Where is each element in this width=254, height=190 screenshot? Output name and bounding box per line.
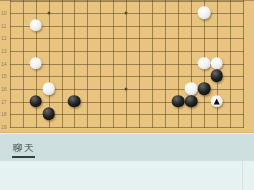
black-stone-D2 xyxy=(42,107,55,120)
chat-scrollbar-track[interactable] xyxy=(242,161,243,190)
grid-vline xyxy=(100,0,101,128)
chat-message-area[interactable] xyxy=(0,161,254,190)
grid-vline xyxy=(139,0,140,128)
chat-header-bar: 聊天 xyxy=(0,133,254,161)
row-coordinate-label: 16 xyxy=(1,86,9,91)
black-stone-P3 xyxy=(185,95,198,108)
grid-vline xyxy=(243,0,244,128)
white-stone-Q10 xyxy=(198,6,211,19)
grid-vline xyxy=(62,0,63,128)
row-coordinate-label: 15 xyxy=(1,74,9,79)
black-stone-O3 xyxy=(172,95,185,108)
chat-tab-active-underline xyxy=(12,156,35,158)
row-coordinate-label: 13 xyxy=(1,49,9,54)
row-coordinate-label: 10 xyxy=(1,11,9,16)
star-point xyxy=(125,12,128,15)
grid-vline xyxy=(165,0,166,128)
white-stone-P4 xyxy=(185,82,198,95)
grid-vline xyxy=(23,0,24,128)
grid-vline xyxy=(178,0,179,128)
black-stone-Q4 xyxy=(198,82,211,95)
row-coordinate-label: 14 xyxy=(1,61,9,66)
row-coordinate-label: 18 xyxy=(1,112,9,117)
white-stone-C6 xyxy=(29,57,42,70)
black-stone-C3 xyxy=(29,95,42,108)
white-stone-C9 xyxy=(29,19,42,32)
star-point xyxy=(47,12,50,15)
white-stone-R6 xyxy=(211,57,224,70)
app-screen: 10111213141516171819 聊天 xyxy=(0,0,254,190)
last-move-triangle-marker xyxy=(214,98,220,104)
grid-vline xyxy=(152,0,153,128)
grid-vline xyxy=(230,0,231,128)
white-stone-R3 xyxy=(211,95,224,108)
white-stone-D4 xyxy=(42,82,55,95)
row-coordinate-label: 19 xyxy=(1,124,9,129)
chat-tab[interactable]: 聊天 xyxy=(13,142,35,155)
star-point xyxy=(125,87,128,90)
grid-vline xyxy=(10,0,11,128)
grid-vline xyxy=(87,0,88,128)
white-stone-Q6 xyxy=(198,57,211,70)
grid-vline xyxy=(191,0,192,128)
grid-vline xyxy=(126,0,127,128)
black-stone-F3 xyxy=(68,95,81,108)
grid-vline xyxy=(113,0,114,128)
row-coordinate-label: 12 xyxy=(1,36,9,41)
go-board[interactable]: 10111213141516171819 xyxy=(0,0,254,133)
row-coordinate-label: 17 xyxy=(1,99,9,104)
black-stone-R5 xyxy=(211,70,224,83)
row-coordinate-label: 11 xyxy=(1,23,9,28)
grid-vline xyxy=(74,0,75,128)
